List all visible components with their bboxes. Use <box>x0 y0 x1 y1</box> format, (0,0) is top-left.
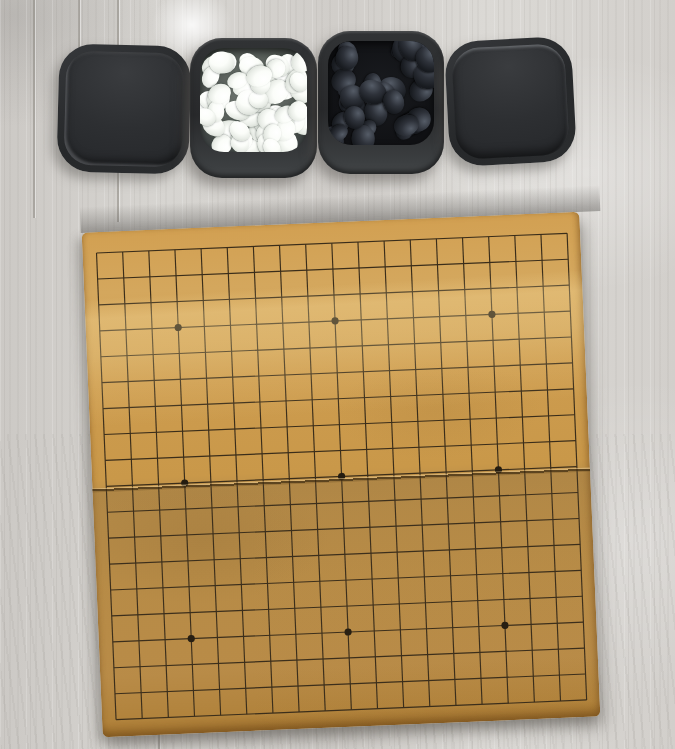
floor-plank-seam <box>78 0 80 52</box>
bowl-white-stones <box>200 48 307 152</box>
stone-bowl-lid-left <box>56 43 191 174</box>
black-stone-bowl[interactable] <box>318 31 444 174</box>
goban-grid <box>97 233 587 719</box>
black-go-stone <box>335 45 358 69</box>
go-board[interactable] <box>82 212 601 737</box>
floor <box>0 0 675 749</box>
bowl-black-stones <box>328 41 434 145</box>
stone-bowl-lid-right <box>444 36 577 167</box>
floor-plank-seam <box>33 0 35 218</box>
white-stone-bowl[interactable] <box>190 38 317 178</box>
lid-inner-face <box>451 43 570 160</box>
lid-inner-face <box>64 50 185 167</box>
